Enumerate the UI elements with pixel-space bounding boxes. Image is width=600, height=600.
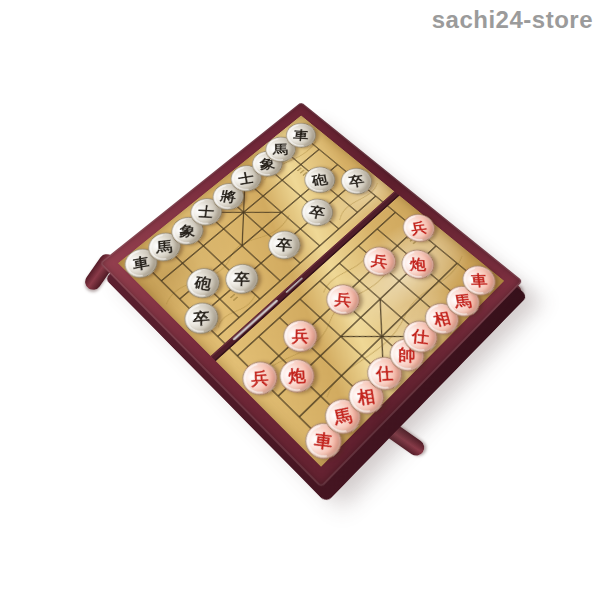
red-horse-glyph: 馬 bbox=[453, 293, 473, 310]
black-general-glyph: 將 bbox=[219, 189, 237, 204]
red-horse-glyph: 馬 bbox=[332, 406, 353, 427]
black-soldier-glyph: 卒 bbox=[347, 174, 365, 189]
red-elephant-glyph: 相 bbox=[432, 310, 453, 328]
hinge-pin bbox=[232, 299, 278, 340]
red-soldier-glyph: 兵 bbox=[409, 220, 428, 236]
black-chariot-glyph: 車 bbox=[293, 129, 309, 142]
black-cannon-glyph: 砲 bbox=[311, 172, 329, 187]
red-soldier-glyph: 兵 bbox=[251, 369, 269, 387]
board-frame: 車馬象士將士象馬車砲砲卒卒卒卒卒兵兵兵兵兵炮炮車馬相仕帥仕相馬車 bbox=[100, 102, 523, 488]
red-cannon-glyph: 炮 bbox=[288, 367, 306, 385]
black-chariot-glyph: 車 bbox=[132, 255, 150, 272]
black-elephant-glyph: 象 bbox=[179, 224, 196, 238]
red-advisor-glyph: 仕 bbox=[411, 328, 429, 346]
black-soldier-glyph: 卒 bbox=[233, 271, 250, 286]
xiangqi-board: 車馬象士將士象馬車砲砲卒卒卒卒卒兵兵兵兵兵炮炮車馬相仕帥仕相馬車 bbox=[100, 102, 523, 488]
red-advisor-glyph: 仕 bbox=[375, 365, 394, 382]
red-chariot-glyph: 車 bbox=[470, 273, 488, 288]
product-photo: sachi24-store bbox=[0, 0, 600, 600]
black-soldier-glyph: 卒 bbox=[275, 237, 293, 252]
red-soldier-glyph: 兵 bbox=[292, 328, 309, 344]
black-horse-glyph: 馬 bbox=[273, 143, 288, 156]
store-watermark: sachi24-store bbox=[432, 6, 593, 34]
red-soldier-glyph: 兵 bbox=[334, 291, 352, 308]
black-advisor-glyph: 士 bbox=[237, 171, 255, 186]
black-soldier-glyph: 卒 bbox=[308, 204, 326, 220]
black-soldier-glyph: 卒 bbox=[193, 310, 210, 327]
hinge-pin bbox=[285, 277, 303, 293]
black-horse-glyph: 馬 bbox=[156, 239, 173, 255]
black-cannon-glyph: 砲 bbox=[193, 275, 213, 292]
red-cannon-glyph: 炮 bbox=[410, 257, 427, 272]
black-advisor-glyph: 士 bbox=[197, 205, 214, 219]
red-chariot-glyph: 車 bbox=[313, 431, 333, 451]
red-soldier-glyph: 兵 bbox=[370, 253, 389, 270]
red-elephant-glyph: 相 bbox=[356, 387, 376, 406]
